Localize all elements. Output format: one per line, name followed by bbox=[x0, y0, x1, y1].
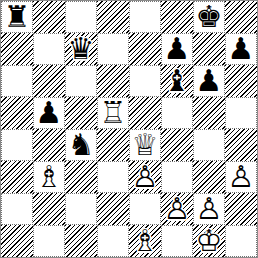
square-g8[interactable]: ♚♚ bbox=[193, 1, 225, 33]
piece-black-knight: ♞♞ bbox=[65, 129, 97, 161]
piece-black-bishop: ♝♝ bbox=[161, 65, 193, 97]
square-c8[interactable] bbox=[65, 1, 97, 33]
square-h4[interactable] bbox=[225, 129, 257, 161]
square-h5[interactable] bbox=[225, 97, 257, 129]
square-g6[interactable]: ♟♟ bbox=[193, 65, 225, 97]
square-f5[interactable] bbox=[161, 97, 193, 129]
square-e8[interactable] bbox=[129, 1, 161, 33]
piece-white-bishop: ♝♗ bbox=[129, 225, 161, 257]
square-g7[interactable] bbox=[193, 33, 225, 65]
piece-white-pawn: ♟♙ bbox=[193, 193, 225, 225]
piece-black-rook: ♜♜ bbox=[1, 1, 33, 33]
square-d4[interactable] bbox=[97, 129, 129, 161]
square-a4[interactable] bbox=[1, 129, 33, 161]
piece-white-queen: ♛♕ bbox=[129, 129, 161, 161]
square-c5[interactable] bbox=[65, 97, 97, 129]
square-c7[interactable]: ♛♛ bbox=[65, 33, 97, 65]
square-c6[interactable] bbox=[65, 65, 97, 97]
square-g3[interactable] bbox=[193, 161, 225, 193]
square-d8[interactable] bbox=[97, 1, 129, 33]
square-e4[interactable]: ♛♕ bbox=[129, 129, 161, 161]
square-f2[interactable]: ♟♙ bbox=[161, 193, 193, 225]
square-e3[interactable]: ♟♙ bbox=[129, 161, 161, 193]
square-h7[interactable]: ♟♟ bbox=[225, 33, 257, 65]
square-d7[interactable] bbox=[97, 33, 129, 65]
piece-black-pawn: ♟♟ bbox=[225, 33, 257, 65]
piece-white-rook: ♜♖ bbox=[97, 97, 129, 129]
square-a6[interactable] bbox=[1, 65, 33, 97]
piece-black-pawn: ♟♟ bbox=[193, 65, 225, 97]
square-g5[interactable] bbox=[193, 97, 225, 129]
square-d6[interactable] bbox=[97, 65, 129, 97]
chess-board: ♜♜♚♚♛♛♟♟♟♟♝♝♟♟♟♟♜♖♞♞♛♕♝♗♟♙♟♙♟♙♟♙♝♗♚♔ bbox=[0, 0, 258, 258]
square-g4[interactable] bbox=[193, 129, 225, 161]
square-d3[interactable] bbox=[97, 161, 129, 193]
square-h1[interactable] bbox=[225, 225, 257, 257]
square-d2[interactable] bbox=[97, 193, 129, 225]
square-g1[interactable]: ♚♔ bbox=[193, 225, 225, 257]
square-b6[interactable] bbox=[33, 65, 65, 97]
square-a3[interactable] bbox=[1, 161, 33, 193]
square-e1[interactable]: ♝♗ bbox=[129, 225, 161, 257]
square-b4[interactable] bbox=[33, 129, 65, 161]
piece-white-pawn: ♟♙ bbox=[129, 161, 161, 193]
piece-white-king: ♚♔ bbox=[193, 225, 225, 257]
piece-black-king: ♚♚ bbox=[193, 1, 225, 33]
square-b7[interactable] bbox=[33, 33, 65, 65]
piece-white-bishop: ♝♗ bbox=[33, 161, 65, 193]
square-e5[interactable] bbox=[129, 97, 161, 129]
square-f7[interactable]: ♟♟ bbox=[161, 33, 193, 65]
square-f6[interactable]: ♝♝ bbox=[161, 65, 193, 97]
square-f4[interactable] bbox=[161, 129, 193, 161]
square-f8[interactable] bbox=[161, 1, 193, 33]
square-h3[interactable]: ♟♙ bbox=[225, 161, 257, 193]
square-a7[interactable] bbox=[1, 33, 33, 65]
square-c1[interactable] bbox=[65, 225, 97, 257]
square-g2[interactable]: ♟♙ bbox=[193, 193, 225, 225]
square-e6[interactable] bbox=[129, 65, 161, 97]
square-h6[interactable] bbox=[225, 65, 257, 97]
square-d5[interactable]: ♜♖ bbox=[97, 97, 129, 129]
piece-black-queen: ♛♛ bbox=[65, 33, 97, 65]
square-c2[interactable] bbox=[65, 193, 97, 225]
square-a5[interactable] bbox=[1, 97, 33, 129]
square-b8[interactable] bbox=[33, 1, 65, 33]
square-h8[interactable] bbox=[225, 1, 257, 33]
square-e7[interactable] bbox=[129, 33, 161, 65]
piece-black-pawn: ♟♟ bbox=[161, 33, 193, 65]
square-d1[interactable] bbox=[97, 225, 129, 257]
piece-white-pawn: ♟♙ bbox=[225, 161, 257, 193]
square-a8[interactable]: ♜♜ bbox=[1, 1, 33, 33]
piece-white-pawn: ♟♙ bbox=[161, 193, 193, 225]
square-b5[interactable]: ♟♟ bbox=[33, 97, 65, 129]
piece-black-pawn: ♟♟ bbox=[33, 97, 65, 129]
square-b1[interactable] bbox=[33, 225, 65, 257]
square-e2[interactable] bbox=[129, 193, 161, 225]
square-h2[interactable] bbox=[225, 193, 257, 225]
square-b3[interactable]: ♝♗ bbox=[33, 161, 65, 193]
square-a1[interactable] bbox=[1, 225, 33, 257]
square-b2[interactable] bbox=[33, 193, 65, 225]
square-a2[interactable] bbox=[1, 193, 33, 225]
square-c4[interactable]: ♞♞ bbox=[65, 129, 97, 161]
square-f1[interactable] bbox=[161, 225, 193, 257]
square-c3[interactable] bbox=[65, 161, 97, 193]
square-f3[interactable] bbox=[161, 161, 193, 193]
